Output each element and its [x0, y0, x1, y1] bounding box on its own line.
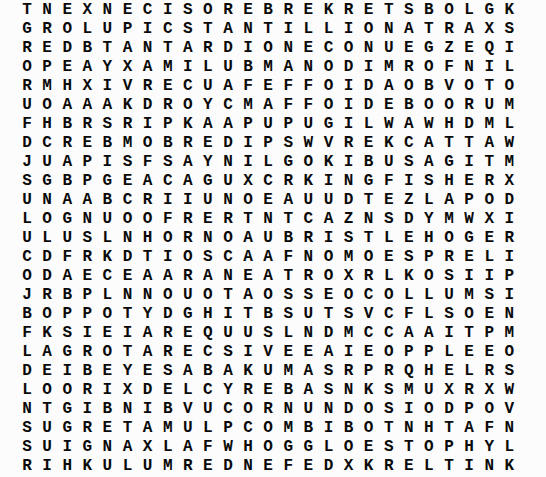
grid-cell[interactable]: R: [158, 343, 178, 362]
grid-cell[interactable]: E: [479, 229, 499, 248]
grid-cell[interactable]: K: [318, 153, 338, 172]
grid-cell[interactable]: U: [17, 191, 37, 210]
grid-cell[interactable]: S: [419, 172, 439, 191]
grid-cell[interactable]: C: [359, 286, 379, 305]
grid-cell[interactable]: A: [218, 20, 238, 39]
grid-cell[interactable]: R: [178, 267, 198, 286]
grid-cell[interactable]: O: [138, 210, 158, 229]
grid-cell[interactable]: H: [419, 419, 439, 438]
grid-cell[interactable]: N: [218, 267, 238, 286]
grid-cell[interactable]: I: [499, 286, 519, 305]
grid-cell[interactable]: Z: [439, 39, 459, 58]
grid-cell[interactable]: R: [17, 39, 37, 58]
grid-cell[interactable]: L: [17, 381, 37, 400]
grid-cell[interactable]: N: [77, 210, 97, 229]
grid-cell[interactable]: R: [178, 210, 198, 229]
grid-cell[interactable]: I: [399, 172, 419, 191]
grid-cell[interactable]: T: [117, 305, 137, 324]
grid-cell[interactable]: C: [17, 248, 37, 267]
grid-cell[interactable]: I: [158, 191, 178, 210]
grid-cell[interactable]: P: [278, 115, 298, 134]
grid-cell[interactable]: L: [17, 343, 37, 362]
grid-cell[interactable]: H: [198, 305, 218, 324]
grid-cell[interactable]: R: [178, 229, 198, 248]
grid-cell[interactable]: A: [138, 324, 158, 343]
grid-cell[interactable]: E: [278, 343, 298, 362]
grid-cell[interactable]: K: [318, 1, 338, 20]
grid-cell[interactable]: X: [499, 172, 519, 191]
grid-cell[interactable]: C: [218, 248, 238, 267]
grid-cell[interactable]: R: [77, 115, 97, 134]
grid-cell[interactable]: O: [439, 1, 459, 20]
grid-cell[interactable]: I: [238, 134, 258, 153]
grid-cell[interactable]: L: [379, 229, 399, 248]
grid-cell[interactable]: R: [479, 172, 499, 191]
grid-cell[interactable]: A: [138, 172, 158, 191]
grid-cell[interactable]: F: [298, 77, 318, 96]
grid-cell[interactable]: L: [198, 419, 218, 438]
grid-cell[interactable]: E: [37, 362, 57, 381]
grid-cell[interactable]: S: [258, 324, 278, 343]
grid-cell[interactable]: L: [439, 343, 459, 362]
grid-cell[interactable]: B: [158, 134, 178, 153]
grid-cell[interactable]: D: [138, 381, 158, 400]
grid-cell[interactable]: P: [77, 172, 97, 191]
grid-cell[interactable]: P: [37, 58, 57, 77]
grid-cell[interactable]: N: [117, 229, 137, 248]
grid-cell[interactable]: M: [399, 381, 419, 400]
grid-cell[interactable]: R: [117, 115, 137, 134]
grid-cell[interactable]: D: [17, 362, 37, 381]
grid-cell[interactable]: O: [238, 400, 258, 419]
grid-cell[interactable]: S: [439, 267, 459, 286]
grid-cell[interactable]: O: [198, 1, 218, 20]
grid-cell[interactable]: B: [399, 96, 419, 115]
grid-cell[interactable]: T: [479, 77, 499, 96]
grid-cell[interactable]: A: [138, 343, 158, 362]
grid-cell[interactable]: A: [57, 191, 77, 210]
grid-cell[interactable]: N: [17, 400, 37, 419]
grid-cell[interactable]: H: [439, 115, 459, 134]
grid-cell[interactable]: G: [419, 39, 439, 58]
grid-cell[interactable]: R: [379, 457, 399, 476]
grid-cell[interactable]: S: [318, 362, 338, 381]
grid-cell[interactable]: O: [419, 58, 439, 77]
grid-cell[interactable]: C: [399, 134, 419, 153]
grid-cell[interactable]: A: [238, 286, 258, 305]
grid-cell[interactable]: L: [117, 457, 137, 476]
grid-cell[interactable]: N: [379, 20, 399, 39]
grid-cell[interactable]: I: [117, 324, 137, 343]
grid-cell[interactable]: F: [17, 324, 37, 343]
grid-cell[interactable]: I: [339, 343, 359, 362]
grid-cell[interactable]: M: [499, 96, 519, 115]
grid-cell[interactable]: L: [278, 324, 298, 343]
grid-cell[interactable]: C: [318, 39, 338, 58]
grid-cell[interactable]: N: [198, 229, 218, 248]
grid-cell[interactable]: L: [17, 210, 37, 229]
grid-cell[interactable]: S: [218, 343, 238, 362]
grid-cell[interactable]: A: [258, 248, 278, 267]
grid-cell[interactable]: W: [459, 210, 479, 229]
grid-cell[interactable]: K: [298, 172, 318, 191]
grid-cell[interactable]: S: [379, 400, 399, 419]
grid-cell[interactable]: U: [258, 229, 278, 248]
grid-cell[interactable]: V: [178, 400, 198, 419]
grid-cell[interactable]: N: [278, 39, 298, 58]
grid-cell[interactable]: S: [198, 248, 218, 267]
grid-cell[interactable]: L: [399, 286, 419, 305]
grid-cell[interactable]: I: [339, 20, 359, 39]
grid-cell[interactable]: A: [117, 39, 137, 58]
grid-cell[interactable]: F: [479, 419, 499, 438]
grid-cell[interactable]: E: [57, 58, 77, 77]
grid-cell[interactable]: F: [439, 58, 459, 77]
grid-cell[interactable]: W: [298, 134, 318, 153]
grid-cell[interactable]: N: [117, 400, 137, 419]
grid-cell[interactable]: I: [138, 115, 158, 134]
grid-cell[interactable]: I: [178, 191, 198, 210]
grid-cell[interactable]: U: [218, 324, 238, 343]
grid-cell[interactable]: P: [459, 191, 479, 210]
grid-cell[interactable]: G: [479, 1, 499, 20]
grid-cell[interactable]: U: [318, 191, 338, 210]
grid-cell[interactable]: R: [499, 229, 519, 248]
grid-cell[interactable]: D: [218, 134, 238, 153]
grid-cell[interactable]: R: [439, 248, 459, 267]
grid-cell[interactable]: M: [158, 419, 178, 438]
grid-cell[interactable]: O: [17, 267, 37, 286]
grid-cell[interactable]: E: [318, 286, 338, 305]
grid-cell[interactable]: S: [97, 115, 117, 134]
grid-cell[interactable]: S: [379, 438, 399, 457]
grid-cell[interactable]: R: [178, 457, 198, 476]
grid-cell[interactable]: A: [138, 419, 158, 438]
grid-cell[interactable]: G: [278, 153, 298, 172]
grid-cell[interactable]: A: [419, 324, 439, 343]
grid-cell[interactable]: R: [77, 343, 97, 362]
grid-cell[interactable]: X: [77, 77, 97, 96]
grid-cell[interactable]: O: [359, 20, 379, 39]
grid-cell[interactable]: N: [339, 172, 359, 191]
grid-cell[interactable]: Y: [479, 438, 499, 457]
grid-cell[interactable]: B: [17, 305, 37, 324]
grid-cell[interactable]: F: [379, 172, 399, 191]
grid-cell[interactable]: C: [198, 343, 218, 362]
grid-cell[interactable]: I: [399, 400, 419, 419]
grid-cell[interactable]: F: [17, 115, 37, 134]
grid-cell[interactable]: U: [218, 58, 238, 77]
grid-cell[interactable]: E: [198, 210, 218, 229]
grid-cell[interactable]: W: [218, 438, 238, 457]
grid-cell[interactable]: E: [77, 267, 97, 286]
grid-cell[interactable]: D: [117, 248, 137, 267]
grid-cell[interactable]: V: [318, 134, 338, 153]
grid-cell[interactable]: I: [459, 457, 479, 476]
grid-cell[interactable]: A: [77, 96, 97, 115]
grid-cell[interactable]: A: [138, 267, 158, 286]
grid-cell[interactable]: I: [339, 115, 359, 134]
grid-cell[interactable]: B: [77, 362, 97, 381]
grid-cell[interactable]: E: [399, 457, 419, 476]
grid-cell[interactable]: W: [379, 115, 399, 134]
grid-cell[interactable]: M: [479, 115, 499, 134]
grid-cell[interactable]: A: [218, 362, 238, 381]
grid-cell[interactable]: B: [258, 305, 278, 324]
grid-cell[interactable]: O: [339, 438, 359, 457]
grid-cell[interactable]: O: [318, 267, 338, 286]
grid-cell[interactable]: R: [399, 58, 419, 77]
grid-cell[interactable]: N: [258, 210, 278, 229]
grid-cell[interactable]: A: [298, 362, 318, 381]
grid-cell[interactable]: R: [77, 381, 97, 400]
grid-cell[interactable]: U: [178, 286, 198, 305]
grid-cell[interactable]: E: [459, 343, 479, 362]
grid-cell[interactable]: O: [57, 381, 77, 400]
grid-cell[interactable]: F: [198, 438, 218, 457]
grid-cell[interactable]: L: [419, 457, 439, 476]
grid-cell[interactable]: T: [359, 229, 379, 248]
grid-cell[interactable]: C: [258, 172, 278, 191]
grid-cell[interactable]: N: [238, 457, 258, 476]
grid-cell[interactable]: W: [419, 115, 439, 134]
grid-cell[interactable]: S: [117, 153, 137, 172]
grid-cell[interactable]: S: [339, 229, 359, 248]
grid-cell[interactable]: S: [499, 362, 519, 381]
grid-cell[interactable]: U: [198, 77, 218, 96]
grid-cell[interactable]: K: [499, 1, 519, 20]
grid-cell[interactable]: C: [97, 267, 117, 286]
grid-cell[interactable]: L: [298, 20, 318, 39]
grid-cell[interactable]: U: [17, 96, 37, 115]
grid-cell[interactable]: N: [339, 381, 359, 400]
grid-cell[interactable]: O: [499, 343, 519, 362]
grid-cell[interactable]: R: [198, 39, 218, 58]
grid-cell[interactable]: I: [238, 39, 258, 58]
grid-cell[interactable]: D: [439, 400, 459, 419]
grid-cell[interactable]: A: [218, 77, 238, 96]
grid-cell[interactable]: U: [97, 457, 117, 476]
grid-cell[interactable]: N: [97, 438, 117, 457]
grid-cell[interactable]: T: [399, 438, 419, 457]
grid-cell[interactable]: U: [298, 305, 318, 324]
grid-cell[interactable]: L: [359, 115, 379, 134]
grid-cell[interactable]: S: [298, 286, 318, 305]
grid-cell[interactable]: U: [17, 229, 37, 248]
grid-cell[interactable]: N: [499, 419, 519, 438]
grid-cell[interactable]: Q: [198, 324, 218, 343]
grid-cell[interactable]: N: [37, 1, 57, 20]
grid-cell[interactable]: B: [97, 400, 117, 419]
grid-cell[interactable]: K: [399, 267, 419, 286]
grid-cell[interactable]: K: [117, 96, 137, 115]
grid-cell[interactable]: O: [439, 229, 459, 248]
grid-cell[interactable]: K: [379, 134, 399, 153]
grid-cell[interactable]: B: [278, 381, 298, 400]
grid-cell[interactable]: W: [499, 134, 519, 153]
grid-cell[interactable]: M: [459, 286, 479, 305]
grid-cell[interactable]: N: [318, 400, 338, 419]
grid-cell[interactable]: X: [339, 457, 359, 476]
grid-cell[interactable]: Y: [419, 210, 439, 229]
grid-cell[interactable]: P: [238, 115, 258, 134]
grid-cell[interactable]: O: [37, 305, 57, 324]
grid-cell[interactable]: R: [37, 20, 57, 39]
grid-cell[interactable]: I: [459, 153, 479, 172]
grid-cell[interactable]: X: [117, 58, 137, 77]
grid-cell[interactable]: I: [318, 419, 338, 438]
grid-cell[interactable]: I: [238, 153, 258, 172]
grid-cell[interactable]: U: [298, 400, 318, 419]
grid-cell[interactable]: O: [379, 286, 399, 305]
grid-cell[interactable]: T: [218, 286, 238, 305]
grid-cell[interactable]: I: [138, 400, 158, 419]
grid-cell[interactable]: L: [419, 191, 439, 210]
grid-cell[interactable]: I: [339, 77, 359, 96]
grid-cell[interactable]: R: [238, 381, 258, 400]
grid-cell[interactable]: O: [318, 58, 338, 77]
grid-cell[interactable]: O: [419, 267, 439, 286]
grid-cell[interactable]: P: [419, 248, 439, 267]
grid-cell[interactable]: T: [278, 210, 298, 229]
grid-cell[interactable]: R: [339, 1, 359, 20]
grid-cell[interactable]: K: [359, 381, 379, 400]
grid-cell[interactable]: T: [439, 457, 459, 476]
grid-cell[interactable]: R: [17, 77, 37, 96]
grid-cell[interactable]: U: [138, 457, 158, 476]
grid-cell[interactable]: X: [479, 210, 499, 229]
grid-cell[interactable]: P: [158, 115, 178, 134]
grid-cell[interactable]: D: [499, 191, 519, 210]
grid-cell[interactable]: X: [479, 20, 499, 39]
grid-cell[interactable]: G: [97, 172, 117, 191]
grid-cell[interactable]: O: [499, 77, 519, 96]
grid-cell[interactable]: R: [178, 134, 198, 153]
grid-cell[interactable]: G: [57, 400, 77, 419]
grid-cell[interactable]: L: [379, 267, 399, 286]
grid-cell[interactable]: U: [258, 115, 278, 134]
grid-cell[interactable]: O: [258, 286, 278, 305]
grid-cell[interactable]: L: [459, 362, 479, 381]
grid-cell[interactable]: C: [218, 400, 238, 419]
grid-cell[interactable]: R: [359, 267, 379, 286]
grid-cell[interactable]: O: [97, 305, 117, 324]
grid-cell[interactable]: H: [459, 438, 479, 457]
grid-cell[interactable]: A: [178, 362, 198, 381]
grid-cell[interactable]: N: [499, 305, 519, 324]
grid-cell[interactable]: T: [117, 343, 137, 362]
grid-cell[interactable]: I: [158, 1, 178, 20]
grid-cell[interactable]: T: [238, 210, 258, 229]
grid-cell[interactable]: I: [278, 20, 298, 39]
grid-cell[interactable]: B: [97, 191, 117, 210]
grid-cell[interactable]: T: [37, 400, 57, 419]
grid-cell[interactable]: R: [138, 191, 158, 210]
grid-cell[interactable]: I: [77, 400, 97, 419]
grid-cell[interactable]: A: [178, 39, 198, 58]
grid-cell[interactable]: O: [359, 419, 379, 438]
grid-cell[interactable]: L: [499, 115, 519, 134]
grid-cell[interactable]: O: [218, 229, 238, 248]
grid-cell[interactable]: S: [77, 229, 97, 248]
grid-cell[interactable]: X: [238, 172, 258, 191]
grid-cell[interactable]: T: [117, 419, 137, 438]
grid-cell[interactable]: H: [57, 457, 77, 476]
grid-cell[interactable]: G: [178, 305, 198, 324]
grid-cell[interactable]: S: [479, 286, 499, 305]
grid-cell[interactable]: O: [339, 39, 359, 58]
grid-cell[interactable]: L: [459, 1, 479, 20]
grid-cell[interactable]: I: [318, 229, 338, 248]
grid-cell[interactable]: A: [439, 191, 459, 210]
grid-cell[interactable]: A: [318, 210, 338, 229]
grid-cell[interactable]: R: [57, 134, 77, 153]
grid-cell[interactable]: I: [138, 20, 158, 39]
grid-cell[interactable]: C: [117, 191, 137, 210]
grid-cell[interactable]: T: [318, 305, 338, 324]
grid-cell[interactable]: O: [258, 39, 278, 58]
grid-cell[interactable]: G: [37, 172, 57, 191]
grid-cell[interactable]: N: [97, 1, 117, 20]
grid-cell[interactable]: R: [479, 362, 499, 381]
grid-cell[interactable]: E: [97, 324, 117, 343]
grid-cell[interactable]: T: [419, 20, 439, 39]
grid-cell[interactable]: D: [359, 77, 379, 96]
grid-cell[interactable]: G: [57, 210, 77, 229]
grid-cell[interactable]: E: [459, 172, 479, 191]
grid-cell[interactable]: C: [298, 210, 318, 229]
grid-cell[interactable]: V: [258, 343, 278, 362]
grid-cell[interactable]: E: [97, 419, 117, 438]
grid-cell[interactable]: R: [298, 267, 318, 286]
grid-cell[interactable]: S: [178, 1, 198, 20]
grid-cell[interactable]: R: [298, 229, 318, 248]
grid-cell[interactable]: R: [138, 77, 158, 96]
grid-cell[interactable]: N: [298, 58, 318, 77]
grid-cell[interactable]: A: [158, 267, 178, 286]
grid-cell[interactable]: H: [138, 229, 158, 248]
grid-cell[interactable]: I: [499, 39, 519, 58]
grid-cell[interactable]: H: [37, 115, 57, 134]
grid-cell[interactable]: O: [379, 343, 399, 362]
grid-cell[interactable]: M: [278, 419, 298, 438]
grid-cell[interactable]: K: [238, 362, 258, 381]
grid-cell[interactable]: I: [37, 457, 57, 476]
grid-cell[interactable]: E: [379, 248, 399, 267]
grid-cell[interactable]: E: [238, 1, 258, 20]
grid-cell[interactable]: K: [178, 115, 198, 134]
grid-cell[interactable]: D: [158, 305, 178, 324]
grid-cell[interactable]: P: [77, 286, 97, 305]
grid-cell[interactable]: O: [178, 248, 198, 267]
grid-cell[interactable]: P: [359, 362, 379, 381]
grid-cell[interactable]: C: [218, 96, 238, 115]
grid-cell[interactable]: T: [278, 267, 298, 286]
grid-cell[interactable]: R: [37, 286, 57, 305]
grid-cell[interactable]: B: [57, 172, 77, 191]
grid-cell[interactable]: S: [399, 1, 419, 20]
grid-cell[interactable]: I: [499, 248, 519, 267]
grid-cell[interactable]: P: [479, 324, 499, 343]
grid-cell[interactable]: M: [158, 457, 178, 476]
grid-cell[interactable]: N: [37, 191, 57, 210]
grid-cell[interactable]: E: [37, 39, 57, 58]
grid-cell[interactable]: Z: [339, 210, 359, 229]
grid-cell[interactable]: A: [178, 172, 198, 191]
grid-cell[interactable]: O: [419, 438, 439, 457]
grid-cell[interactable]: A: [399, 115, 419, 134]
grid-cell[interactable]: E: [359, 343, 379, 362]
